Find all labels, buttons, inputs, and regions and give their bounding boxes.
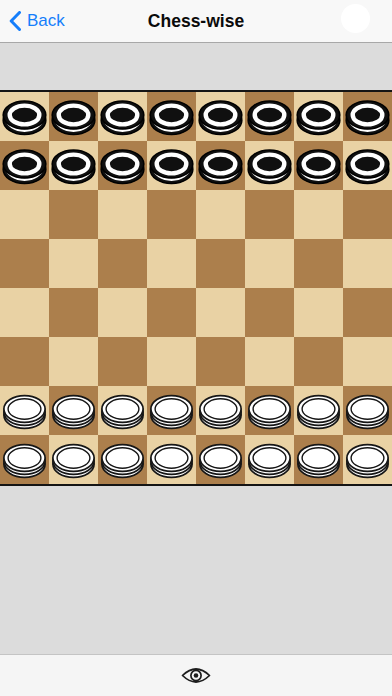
square-d6[interactable] <box>147 190 196 239</box>
square-f7[interactable] <box>245 141 294 190</box>
square-a2[interactable] <box>0 386 49 435</box>
black-piece[interactable] <box>294 141 343 190</box>
square-h3[interactable] <box>343 337 392 386</box>
square-f3[interactable] <box>245 337 294 386</box>
white-piece[interactable] <box>245 435 294 484</box>
black-piece[interactable] <box>98 141 147 190</box>
square-c4[interactable] <box>98 288 147 337</box>
square-h6[interactable] <box>343 190 392 239</box>
square-c7[interactable] <box>98 141 147 190</box>
square-h8[interactable] <box>343 92 392 141</box>
square-b5[interactable] <box>49 239 98 288</box>
square-d3[interactable] <box>147 337 196 386</box>
black-piece[interactable] <box>245 92 294 141</box>
back-label: Back <box>27 11 65 31</box>
white-piece[interactable] <box>98 435 147 484</box>
square-d5[interactable] <box>147 239 196 288</box>
white-piece[interactable] <box>294 435 343 484</box>
square-g8[interactable] <box>294 92 343 141</box>
square-h1[interactable] <box>343 435 392 484</box>
white-piece[interactable] <box>196 386 245 435</box>
square-f6[interactable] <box>245 190 294 239</box>
square-c5[interactable] <box>98 239 147 288</box>
square-d8[interactable] <box>147 92 196 141</box>
square-f5[interactable] <box>245 239 294 288</box>
square-d4[interactable] <box>147 288 196 337</box>
white-piece[interactable] <box>196 435 245 484</box>
black-piece[interactable] <box>147 92 196 141</box>
back-button[interactable]: Back <box>9 0 65 42</box>
square-g3[interactable] <box>294 337 343 386</box>
square-b7[interactable] <box>49 141 98 190</box>
square-d2[interactable] <box>147 386 196 435</box>
black-piece[interactable] <box>343 141 392 190</box>
square-c8[interactable] <box>98 92 147 141</box>
white-piece[interactable] <box>49 386 98 435</box>
white-piece[interactable] <box>245 386 294 435</box>
square-c1[interactable] <box>98 435 147 484</box>
black-piece[interactable] <box>98 92 147 141</box>
checkers-board <box>0 90 392 486</box>
eye-icon[interactable] <box>181 666 211 685</box>
bottom-toolbar <box>0 654 392 696</box>
square-h2[interactable] <box>343 386 392 435</box>
square-b8[interactable] <box>49 92 98 141</box>
square-e6[interactable] <box>196 190 245 239</box>
square-g4[interactable] <box>294 288 343 337</box>
white-piece[interactable] <box>343 386 392 435</box>
square-c3[interactable] <box>98 337 147 386</box>
white-piece[interactable] <box>49 435 98 484</box>
white-piece[interactable] <box>147 435 196 484</box>
square-f8[interactable] <box>245 92 294 141</box>
white-piece[interactable] <box>0 386 49 435</box>
square-c6[interactable] <box>98 190 147 239</box>
square-b2[interactable] <box>49 386 98 435</box>
black-piece[interactable] <box>343 92 392 141</box>
square-e4[interactable] <box>196 288 245 337</box>
square-e7[interactable] <box>196 141 245 190</box>
square-g6[interactable] <box>294 190 343 239</box>
black-piece[interactable] <box>0 92 49 141</box>
square-h7[interactable] <box>343 141 392 190</box>
back-chevron-icon <box>9 11 21 31</box>
bottom-margin <box>0 486 392 654</box>
square-g2[interactable] <box>294 386 343 435</box>
top-margin <box>0 43 392 90</box>
square-b3[interactable] <box>49 337 98 386</box>
square-b1[interactable] <box>49 435 98 484</box>
square-a8[interactable] <box>0 92 49 141</box>
square-e3[interactable] <box>196 337 245 386</box>
white-turn-indicator <box>341 4 370 33</box>
square-d7[interactable] <box>147 141 196 190</box>
square-a3[interactable] <box>0 337 49 386</box>
square-e5[interactable] <box>196 239 245 288</box>
white-piece[interactable] <box>343 435 392 484</box>
black-piece[interactable] <box>245 141 294 190</box>
square-b4[interactable] <box>49 288 98 337</box>
square-e2[interactable] <box>196 386 245 435</box>
black-piece[interactable] <box>147 141 196 190</box>
square-g1[interactable] <box>294 435 343 484</box>
white-piece[interactable] <box>294 386 343 435</box>
square-d1[interactable] <box>147 435 196 484</box>
black-piece[interactable] <box>49 92 98 141</box>
square-f1[interactable] <box>245 435 294 484</box>
square-f2[interactable] <box>245 386 294 435</box>
white-piece[interactable] <box>147 386 196 435</box>
navigation-bar: Back Chess-wise <box>0 0 392 43</box>
square-c2[interactable] <box>98 386 147 435</box>
square-a7[interactable] <box>0 141 49 190</box>
black-piece[interactable] <box>294 92 343 141</box>
square-a6[interactable] <box>0 190 49 239</box>
square-h5[interactable] <box>343 239 392 288</box>
square-e1[interactable] <box>196 435 245 484</box>
square-g5[interactable] <box>294 239 343 288</box>
square-f4[interactable] <box>245 288 294 337</box>
square-b6[interactable] <box>49 190 98 239</box>
white-piece[interactable] <box>98 386 147 435</box>
black-piece[interactable] <box>196 92 245 141</box>
square-e8[interactable] <box>196 92 245 141</box>
black-piece[interactable] <box>196 141 245 190</box>
square-h4[interactable] <box>343 288 392 337</box>
square-a1[interactable] <box>0 435 49 484</box>
white-piece[interactable] <box>0 435 49 484</box>
black-piece[interactable] <box>0 141 49 190</box>
black-piece[interactable] <box>49 141 98 190</box>
square-g7[interactable] <box>294 141 343 190</box>
app-screen: Back Chess-wise <box>0 0 392 696</box>
square-a5[interactable] <box>0 239 49 288</box>
square-a4[interactable] <box>0 288 49 337</box>
